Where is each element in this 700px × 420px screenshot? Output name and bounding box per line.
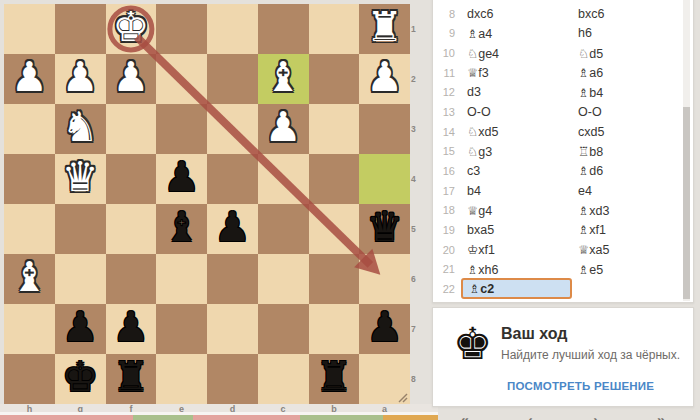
square-b7[interactable]	[309, 304, 360, 354]
piece-wK-f1: ♚	[112, 7, 149, 48]
square-f8[interactable]: ♜	[106, 354, 157, 404]
move-row-11: 11♕f3♗a6	[433, 63, 683, 83]
move-row-22: 22♗c2	[433, 279, 683, 299]
next-move-button[interactable]: ›	[563, 412, 629, 420]
square-a1[interactable]: ♜	[359, 4, 410, 54]
square-d2[interactable]	[207, 54, 258, 104]
piece-wP-f2: ♟	[112, 57, 149, 98]
square-e1[interactable]	[156, 4, 207, 54]
square-g2[interactable]: ♟	[55, 54, 106, 104]
move-row-17: 17b4e4	[433, 181, 683, 201]
move-white-21[interactable]: ♗xh6	[467, 262, 566, 277]
square-a5[interactable]: ♛	[359, 204, 410, 254]
square-d4[interactable]	[207, 154, 258, 204]
your-move-title: Ваш ход	[501, 325, 567, 343]
square-d8[interactable]	[207, 354, 258, 404]
rank-label-7: 7	[411, 324, 421, 334]
square-a3[interactable]	[359, 104, 410, 154]
move-number: 13	[433, 106, 455, 118]
playback-controls[interactable]: «‹›»	[432, 412, 694, 420]
square-f7[interactable]: ♟	[106, 304, 157, 354]
move-row-16: 16c3♗d6	[433, 161, 683, 181]
move-number: 9	[433, 27, 455, 39]
rank-label-2: 2	[411, 74, 421, 84]
move-black-14[interactable]: cxd5	[578, 125, 677, 139]
move-white-12[interactable]: d3	[467, 85, 566, 99]
piece-wP-a2: ♟	[366, 57, 403, 98]
piece-bP-d5: ♟	[214, 207, 251, 248]
square-f2[interactable]: ♟	[106, 54, 157, 104]
piece-bP-f7: ♟	[112, 307, 149, 348]
history-segment-3[interactable]	[300, 415, 383, 420]
square-f1[interactable]: ♚	[106, 4, 157, 54]
move-row-19: 19bxa5♗xf1	[433, 220, 683, 240]
square-b5[interactable]	[309, 204, 360, 254]
square-g6[interactable]	[55, 254, 106, 304]
move-row-13: 13O-OO-O	[433, 102, 683, 122]
first-move-button[interactable]: «	[432, 412, 498, 420]
rank-label-6: 6	[411, 274, 421, 284]
move-white-13[interactable]: O-O	[467, 105, 566, 119]
move-black-13[interactable]: O-O	[578, 105, 677, 119]
square-e7[interactable]	[156, 304, 207, 354]
square-h2[interactable]: ♟	[4, 54, 55, 104]
move-black-11[interactable]: ♗a6	[578, 65, 677, 80]
square-f5[interactable]	[106, 204, 157, 254]
square-e6[interactable]	[156, 254, 207, 304]
square-e8[interactable]	[156, 354, 207, 404]
piece-bP-e4: ♟	[163, 157, 200, 198]
square-d5[interactable]: ♟	[207, 204, 258, 254]
square-g5[interactable]	[55, 204, 106, 254]
square-c6[interactable]	[258, 254, 309, 304]
square-c8[interactable]	[258, 354, 309, 404]
square-d3[interactable]	[207, 104, 258, 154]
move-number: 19	[433, 224, 455, 236]
square-b2[interactable]	[309, 54, 360, 104]
move-white-10[interactable]: ♘ge4	[467, 46, 566, 61]
piece-wQ-g4: ♛	[62, 157, 99, 198]
move-row-12: 12d3♗b4	[433, 83, 683, 103]
move-row-14: 14♘xd5cxd5	[433, 122, 683, 142]
piece-wP-g2: ♟	[62, 57, 99, 98]
last-move-button[interactable]: »	[629, 412, 695, 420]
square-c2[interactable]: ♝	[258, 54, 309, 104]
square-g7[interactable]: ♟	[55, 304, 106, 354]
rank-label-3: 3	[411, 124, 421, 134]
your-move-subtitle: Найдите лучший ход за чёрных.	[501, 348, 680, 362]
square-g1[interactable]	[55, 4, 106, 54]
square-f4[interactable]	[106, 154, 157, 204]
square-h6[interactable]: ♝	[4, 254, 55, 304]
move-white-17[interactable]: b4	[467, 184, 566, 198]
square-h1[interactable]	[4, 4, 55, 54]
move-black-20[interactable]: ♕xa5	[578, 242, 677, 257]
square-b4[interactable]	[309, 154, 360, 204]
move-number: 15	[433, 145, 455, 157]
board-squares[interactable]: ♚♜♟♟♟♝♟♞♟♛♟♝♟♛♝♟♟♟♚♜♜	[4, 4, 410, 404]
board-resize-handle[interactable]	[395, 390, 408, 403]
move-number: 17	[433, 185, 455, 197]
square-c5[interactable]	[258, 204, 309, 254]
square-e2[interactable]	[156, 54, 207, 104]
move-black-18[interactable]: ♗xd3	[578, 203, 677, 218]
square-b3[interactable]	[309, 104, 360, 154]
move-black-17[interactable]: e4	[578, 184, 677, 198]
move-white-20[interactable]: ♔xf1	[467, 242, 566, 257]
piece-wR-a1: ♜	[366, 7, 403, 48]
rank-label-4: 4	[411, 174, 421, 184]
square-b8[interactable]: ♜	[309, 354, 360, 404]
move-white-16[interactable]: c3	[467, 164, 566, 178]
move-row-15: 15♘g3♖b8	[433, 141, 683, 161]
move-number: 18	[433, 204, 455, 216]
square-c7[interactable]	[258, 304, 309, 354]
move-number: 8	[433, 8, 455, 20]
square-c4[interactable]	[258, 154, 309, 204]
view-solution-link[interactable]: ПОСМОТРЕТЬ РЕШЕНИЕ	[507, 380, 654, 392]
piece-bR-b8: ♜	[315, 357, 352, 398]
square-h3[interactable]	[4, 104, 55, 154]
move-number: 21	[433, 263, 455, 275]
square-h8[interactable]	[4, 354, 55, 404]
move-white-9[interactable]: ♗a4	[467, 26, 566, 41]
prev-move-button[interactable]: ‹	[498, 412, 564, 420]
move-number: 16	[433, 165, 455, 177]
piece-bP-g7: ♟	[62, 307, 99, 348]
chess-board[interactable]: ♚♜♟♟♟♝♟♞♟♛♟♝♟♛♝♟♟♟♚♜♜	[4, 4, 410, 404]
square-e4[interactable]: ♟	[156, 154, 207, 204]
rank-labels: 12345678	[411, 4, 421, 404]
square-d7[interactable]	[207, 304, 258, 354]
piece-wN-g3: ♞	[62, 107, 99, 148]
piece-bK-g8: ♚	[62, 357, 99, 398]
square-d6[interactable]	[207, 254, 258, 304]
move-number: 10	[433, 47, 455, 59]
piece-wP-h2: ♟	[11, 57, 48, 98]
your-move-card: ♚ Ваш ход Найдите лучший ход за чёрных. …	[432, 307, 694, 407]
square-h4[interactable]	[4, 154, 55, 204]
square-g3[interactable]: ♞	[55, 104, 106, 154]
move-white-8[interactable]: dxc6	[467, 7, 566, 21]
move-row-20: 20♔xf1♕xa5	[433, 240, 683, 260]
square-d1[interactable]	[207, 4, 258, 54]
scrollbar-thumb[interactable]	[683, 107, 690, 299]
history-segment-2[interactable]	[193, 415, 300, 420]
square-a2[interactable]: ♟	[359, 54, 410, 104]
square-b1[interactable]	[309, 4, 360, 54]
black-king-icon: ♚	[453, 322, 492, 366]
move-list[interactable]: 8dxc6bxc69♗a4h610♘ge4♘d511♕f3♗a612d3♗b41…	[433, 4, 683, 299]
move-white-19[interactable]: bxa5	[467, 223, 566, 237]
square-e5[interactable]: ♝	[156, 204, 207, 254]
square-g4[interactable]: ♛	[55, 154, 106, 204]
history-segment-4[interactable]	[383, 415, 438, 420]
move-list-card: 8dxc6bxc69♗a4h610♘ge4♘d511♕f3♗a612d3♗b41…	[432, 0, 694, 303]
rank-label-5: 5	[411, 224, 421, 234]
move-white-22[interactable]: ♗c2	[461, 278, 572, 299]
move-number: 20	[433, 244, 455, 256]
move-number: 12	[433, 86, 455, 98]
piece-wB-c2: ♝	[265, 57, 302, 98]
square-c1[interactable]	[258, 4, 309, 54]
move-white-14[interactable]: ♘xd5	[467, 124, 566, 139]
move-row-10: 10♘ge4♘d5	[433, 43, 683, 63]
square-h7[interactable]	[4, 304, 55, 354]
square-f6[interactable]	[106, 254, 157, 304]
move-row-21: 21♗xh6♗e5	[433, 259, 683, 279]
move-row-8: 8dxc6bxc6	[433, 4, 683, 24]
move-black-9[interactable]: h6	[578, 26, 677, 40]
move-white-18[interactable]: ♕g4	[467, 203, 566, 218]
rank-label-1: 1	[411, 24, 421, 34]
piece-wP-c3: ♟	[265, 107, 302, 148]
square-a7[interactable]: ♟	[359, 304, 410, 354]
rank-label-8: 8	[411, 374, 421, 384]
square-a6[interactable]	[359, 254, 410, 304]
move-black-19[interactable]: ♗xf1	[578, 222, 677, 237]
move-number: 14	[433, 126, 455, 138]
move-black-15[interactable]: ♖b8	[578, 144, 677, 159]
piece-bB-e5: ♝	[163, 207, 200, 248]
move-row-9: 9♗a4h6	[433, 24, 683, 44]
move-number: 11	[433, 67, 455, 79]
move-white-15[interactable]: ♘g3	[467, 144, 566, 159]
piece-bQ-a5: ♛	[366, 207, 403, 248]
history-segment-0[interactable]	[0, 415, 133, 420]
move-black-12[interactable]: ♗b4	[578, 85, 677, 100]
square-g8[interactable]: ♚	[55, 354, 106, 404]
square-c3[interactable]: ♟	[258, 104, 309, 154]
move-white-11[interactable]: ♕f3	[467, 65, 566, 80]
piece-bR-f8: ♜	[112, 357, 149, 398]
move-black-8[interactable]: bxc6	[578, 7, 677, 21]
piece-bP-a7: ♟	[366, 307, 403, 348]
square-b6[interactable]	[309, 254, 360, 304]
square-f3[interactable]	[106, 104, 157, 154]
move-number: 22	[433, 283, 455, 295]
square-e3[interactable]	[156, 104, 207, 154]
history-segment-1[interactable]	[133, 415, 193, 420]
move-black-16[interactable]: ♗d6	[578, 163, 677, 178]
square-h5[interactable]	[4, 204, 55, 254]
piece-wB-h6: ♝	[11, 257, 48, 298]
square-a4[interactable]	[359, 154, 410, 204]
move-row-18: 18♕g4♗xd3	[433, 200, 683, 220]
move-black-10[interactable]: ♘d5	[578, 46, 677, 61]
puzzle-history-strip[interactable]	[0, 415, 438, 420]
move-black-21[interactable]: ♗e5	[578, 262, 677, 277]
